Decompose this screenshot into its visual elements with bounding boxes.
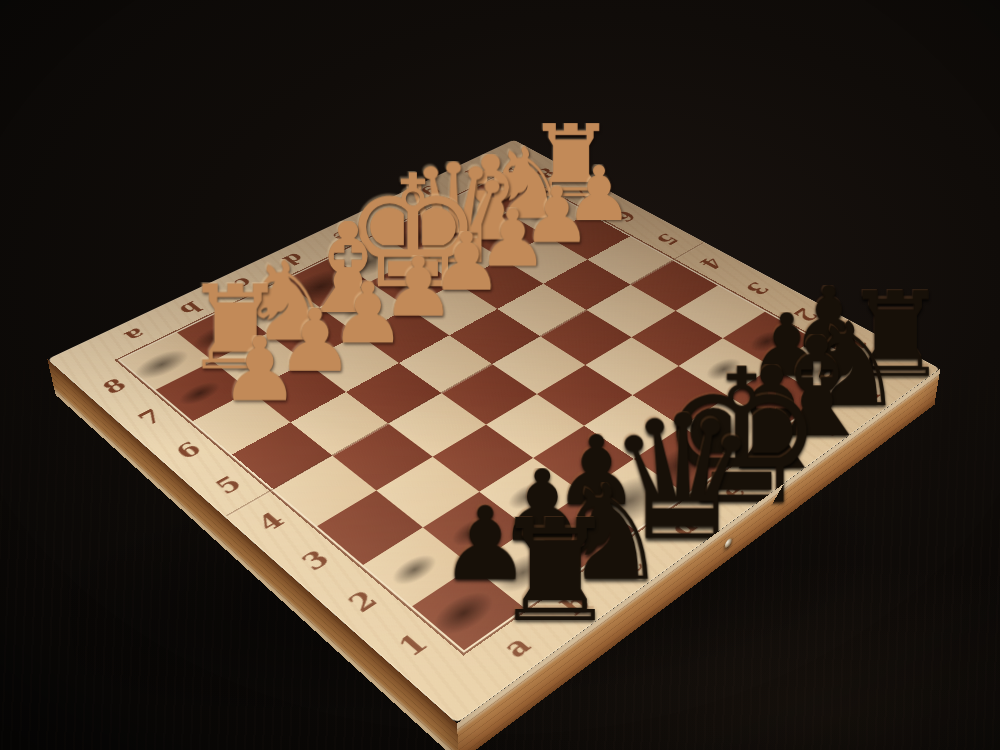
vignette [0,0,1000,750]
scene: 87654321 87654321 abcdefgh abcdefgh ♜♞♝♚… [0,0,1000,750]
